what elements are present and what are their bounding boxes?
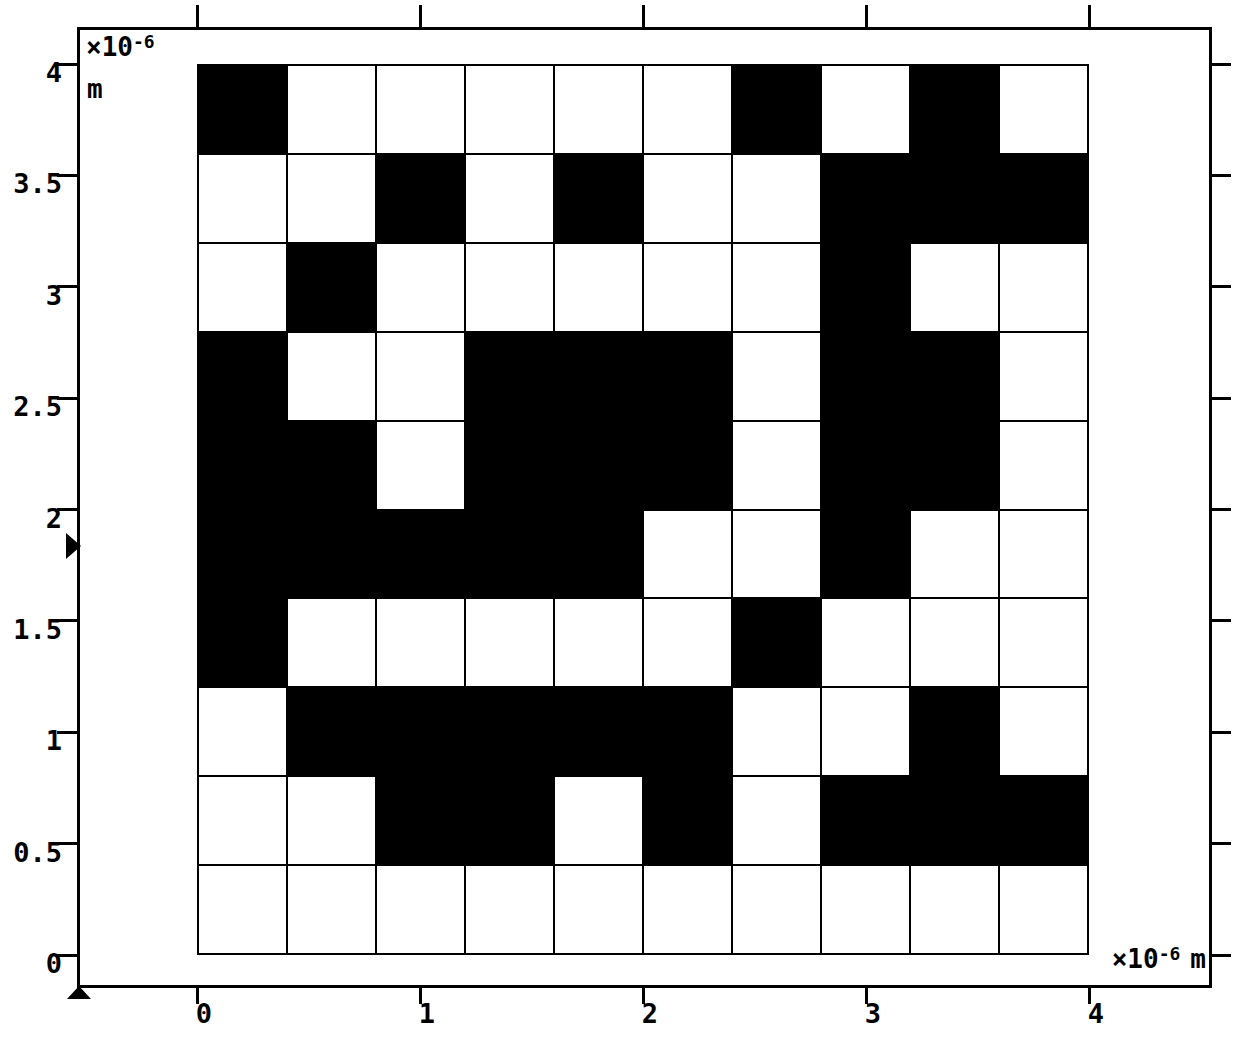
black-cell-r9c8 <box>821 776 910 865</box>
white-cell-r1c5 <box>554 65 643 154</box>
x-axis-tick-top <box>419 5 422 27</box>
black-cell-r7c7 <box>732 598 821 687</box>
x-multiplier-base: ×10 <box>1112 944 1159 974</box>
black-cell-r9c10 <box>999 776 1088 865</box>
black-cell-r5c8 <box>821 421 910 510</box>
x-axis-tick-label: 0 <box>164 999 244 1029</box>
white-cell-r7c9 <box>910 598 999 687</box>
x-axis-unit: m <box>1190 944 1206 974</box>
black-cell-r4c8 <box>821 332 910 421</box>
black-cell-r4c6 <box>643 332 732 421</box>
y-axis-tick-label: 4 <box>0 59 62 87</box>
origin-triangle-icon <box>67 986 91 999</box>
white-cell-r10c1 <box>198 865 287 954</box>
y-axis-tick-right <box>1212 619 1231 622</box>
white-cell-r10c7 <box>732 865 821 954</box>
y-axis-tick-label: 3 <box>0 282 62 310</box>
white-cell-r2c7 <box>732 154 821 243</box>
y-axis-tick-right <box>1212 508 1231 511</box>
black-cell-r5c2 <box>287 421 376 510</box>
white-cell-r5c10 <box>999 421 1088 510</box>
y-axis-multiplier: ×10-6 <box>86 34 155 60</box>
white-cell-r8c7 <box>732 687 821 776</box>
y-axis-tick-right <box>1212 842 1231 845</box>
white-cell-r7c2 <box>287 598 376 687</box>
white-cell-r9c5 <box>554 776 643 865</box>
white-cell-r2c2 <box>287 154 376 243</box>
white-cell-r3c10 <box>999 243 1088 332</box>
black-cell-r6c4 <box>465 510 554 599</box>
white-cell-r4c2 <box>287 332 376 421</box>
black-cell-r9c6 <box>643 776 732 865</box>
white-cell-r10c10 <box>999 865 1088 954</box>
black-cell-r1c7 <box>732 65 821 154</box>
black-cell-r4c1 <box>198 332 287 421</box>
white-cell-r10c6 <box>643 865 732 954</box>
y-axis-tick-right <box>1212 174 1231 177</box>
y-axis-tick-right <box>1212 397 1231 400</box>
black-cell-r5c6 <box>643 421 732 510</box>
black-cell-r6c1 <box>198 510 287 599</box>
x-axis-tick-top <box>196 5 199 27</box>
x-axis-tick-label: 1 <box>387 999 467 1029</box>
x-axis-tick-label: 4 <box>1056 999 1136 1029</box>
black-cell-r8c6 <box>643 687 732 776</box>
white-cell-r2c1 <box>198 154 287 243</box>
y-axis-unit: m <box>87 76 103 102</box>
black-cell-r5c1 <box>198 421 287 510</box>
black-cell-r8c3 <box>376 687 465 776</box>
x-axis-tick-label: 2 <box>610 999 690 1029</box>
white-cell-r5c3 <box>376 421 465 510</box>
black-cell-r5c5 <box>554 421 643 510</box>
black-cell-r6c2 <box>287 510 376 599</box>
white-cell-r8c8 <box>821 687 910 776</box>
y-axis-tick-right <box>1212 954 1231 957</box>
black-cell-r4c4 <box>465 332 554 421</box>
black-cell-r2c8 <box>821 154 910 243</box>
black-cell-r6c8 <box>821 510 910 599</box>
white-cell-r1c2 <box>287 65 376 154</box>
white-cell-r3c9 <box>910 243 999 332</box>
black-cell-r4c5 <box>554 332 643 421</box>
white-cell-r4c10 <box>999 332 1088 421</box>
black-cell-r2c3 <box>376 154 465 243</box>
black-cell-r9c3 <box>376 776 465 865</box>
white-cell-r2c4 <box>465 154 554 243</box>
white-cell-r6c7 <box>732 510 821 599</box>
y-axis-tick-right <box>1212 285 1231 288</box>
x-axis-tick-label: 3 <box>833 999 913 1029</box>
y-axis-tick-label: 3.5 <box>0 170 62 198</box>
white-cell-r3c3 <box>376 243 465 332</box>
white-cell-r7c6 <box>643 598 732 687</box>
white-cell-r1c10 <box>999 65 1088 154</box>
white-cell-r10c9 <box>910 865 999 954</box>
white-cell-r8c1 <box>198 687 287 776</box>
white-cell-r1c4 <box>465 65 554 154</box>
x-axis-multiplier: ×10-6m <box>1112 946 1206 972</box>
plot-canvas: ×10-6 m ×10-6m 43.532.521.510.5001234 <box>0 0 1240 1038</box>
white-cell-r2c6 <box>643 154 732 243</box>
black-cell-r2c10 <box>999 154 1088 243</box>
white-cell-r6c6 <box>643 510 732 599</box>
x-axis-tick-top <box>1088 5 1091 27</box>
y-axis-tick-label: 0 <box>0 950 62 978</box>
white-cell-r7c10 <box>999 598 1088 687</box>
white-cell-r4c7 <box>732 332 821 421</box>
white-cell-r3c1 <box>198 243 287 332</box>
pixel-grid <box>197 64 1089 955</box>
black-cell-r1c1 <box>198 65 287 154</box>
white-cell-r9c2 <box>287 776 376 865</box>
white-cell-r7c8 <box>821 598 910 687</box>
white-cell-r1c3 <box>376 65 465 154</box>
y-multiplier-exponent: -6 <box>133 31 155 52</box>
white-cell-r3c5 <box>554 243 643 332</box>
black-cell-r5c9 <box>910 421 999 510</box>
axis-pointer-triangle-icon <box>66 533 81 559</box>
white-cell-r9c7 <box>732 776 821 865</box>
white-cell-r5c7 <box>732 421 821 510</box>
x-multiplier-exponent: -6 <box>1159 943 1181 964</box>
white-cell-r3c6 <box>643 243 732 332</box>
white-cell-r7c5 <box>554 598 643 687</box>
white-cell-r3c4 <box>465 243 554 332</box>
black-cell-r6c3 <box>376 510 465 599</box>
black-cell-r8c9 <box>910 687 999 776</box>
y-axis-tick-label: 1.5 <box>0 616 62 644</box>
white-cell-r3c7 <box>732 243 821 332</box>
black-cell-r3c8 <box>821 243 910 332</box>
black-cell-r8c2 <box>287 687 376 776</box>
white-cell-r7c3 <box>376 598 465 687</box>
y-axis-tick-label: 0.5 <box>0 839 62 867</box>
y-axis-tick-right <box>1212 63 1231 66</box>
white-cell-r10c8 <box>821 865 910 954</box>
white-cell-r1c8 <box>821 65 910 154</box>
black-cell-r3c2 <box>287 243 376 332</box>
black-cell-r2c5 <box>554 154 643 243</box>
black-cell-r5c4 <box>465 421 554 510</box>
y-axis-tick-label: 2 <box>0 505 62 533</box>
white-cell-r4c3 <box>376 332 465 421</box>
white-cell-r9c1 <box>198 776 287 865</box>
white-cell-r1c6 <box>643 65 732 154</box>
black-cell-r8c4 <box>465 687 554 776</box>
white-cell-r10c5 <box>554 865 643 954</box>
white-cell-r8c10 <box>999 687 1088 776</box>
y-axis-tick-label: 1 <box>0 727 62 755</box>
black-cell-r2c9 <box>910 154 999 243</box>
white-cell-r6c10 <box>999 510 1088 599</box>
black-cell-r8c5 <box>554 687 643 776</box>
white-cell-r6c9 <box>910 510 999 599</box>
black-cell-r1c9 <box>910 65 999 154</box>
y-axis-tick-label: 2.5 <box>0 393 62 421</box>
y-multiplier-base: ×10 <box>86 32 133 62</box>
white-cell-r10c3 <box>376 865 465 954</box>
black-cell-r7c1 <box>198 598 287 687</box>
x-axis-tick-top <box>642 5 645 27</box>
black-cell-r4c9 <box>910 332 999 421</box>
black-cell-r9c4 <box>465 776 554 865</box>
white-cell-r10c2 <box>287 865 376 954</box>
white-cell-r7c4 <box>465 598 554 687</box>
black-cell-r9c9 <box>910 776 999 865</box>
y-axis-tick-right <box>1212 731 1231 734</box>
white-cell-r10c4 <box>465 865 554 954</box>
black-cell-r6c5 <box>554 510 643 599</box>
x-axis-tick-top <box>865 5 868 27</box>
